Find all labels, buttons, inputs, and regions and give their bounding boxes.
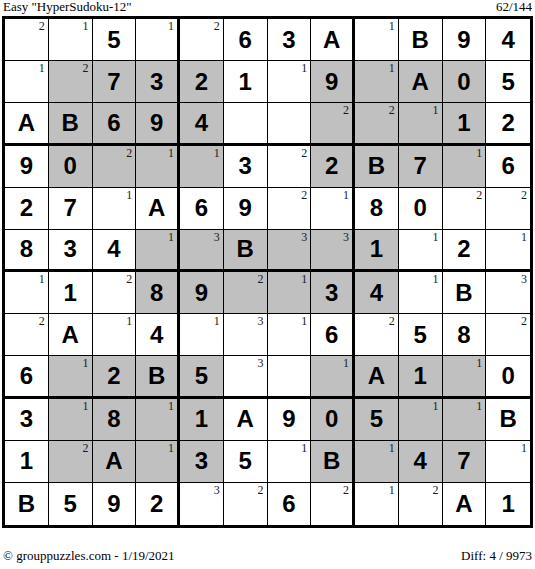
cell-r2c5[interactable]: 2: [180, 61, 224, 103]
given-glyph: B: [18, 492, 35, 516]
cell-r11c2[interactable]: 2: [49, 441, 93, 483]
cell-r4c2[interactable]: 0: [49, 146, 93, 188]
given-glyph: A: [323, 28, 340, 52]
cell-r6c9[interactable]: 1: [355, 230, 399, 272]
cell-r10c6[interactable]: A: [224, 399, 268, 441]
pencil-mark: 1: [433, 104, 439, 116]
given-glyph: 6: [501, 154, 514, 178]
given-glyph: 7: [457, 449, 470, 473]
cell-r3c11[interactable]: 1: [443, 103, 487, 145]
cell-r4c12[interactable]: 6: [486, 146, 530, 188]
cell-r7c10[interactable]: 1: [399, 272, 443, 314]
puzzle-page: Easy "HyperSudoku-12" 62/144 2151263A1B9…: [0, 0, 535, 569]
given-glyph: 8: [457, 323, 470, 347]
cell-r8c8[interactable]: 6: [311, 314, 355, 356]
pencil-mark: 1: [83, 357, 89, 369]
pencil-mark: 1: [214, 315, 220, 327]
given-glyph: 1: [238, 70, 251, 94]
cell-r9c8[interactable]: 1: [311, 356, 355, 398]
cell-r10c7[interactable]: 9: [268, 399, 312, 441]
pencil-mark: 2: [343, 484, 349, 496]
given-glyph: B: [61, 111, 78, 135]
copyright-text: © grouppuzzles.com - 1/19/2021: [3, 549, 175, 563]
given-glyph: 2: [501, 111, 514, 135]
pencil-mark: 1: [476, 400, 482, 412]
cell-r12c7[interactable]: 6: [268, 483, 312, 525]
cell-r11c1[interactable]: 1: [5, 441, 49, 483]
pencil-mark: 1: [389, 484, 395, 496]
cell-r2c6[interactable]: 1: [224, 61, 268, 103]
cell-r7c7[interactable]: 1: [268, 272, 312, 314]
cell-r3c12[interactable]: 2: [486, 103, 530, 145]
pencil-mark: 2: [258, 484, 264, 496]
pencil-mark: 1: [389, 20, 395, 32]
given-glyph: 9: [282, 407, 295, 431]
cell-r11c3[interactable]: A: [93, 441, 137, 483]
cell-r4c10[interactable]: 7: [399, 146, 443, 188]
given-glyph: 0: [325, 407, 338, 431]
given-glyph: 1: [413, 364, 426, 388]
pencil-mark: 1: [83, 20, 89, 32]
cell-r9c11[interactable]: 1: [443, 356, 487, 398]
pencil-mark: 1: [39, 62, 45, 74]
cell-r2c7[interactable]: 1: [268, 61, 312, 103]
cell-r7c12[interactable]: 3: [486, 272, 530, 314]
given-glyph: 3: [325, 281, 338, 305]
cell-r3c4[interactable]: 9: [136, 103, 180, 145]
pencil-mark: 1: [83, 400, 89, 412]
cell-r2c8[interactable]: 9: [311, 61, 355, 103]
cell-r3c5[interactable]: 4: [180, 103, 224, 145]
cell-r10c4[interactable]: 1: [136, 399, 180, 441]
cell-r4c7[interactable]: 2: [268, 146, 312, 188]
given-glyph: 5: [413, 323, 426, 347]
given-glyph: 9: [20, 154, 33, 178]
given-glyph: 9: [195, 281, 208, 305]
cell-r4c9[interactable]: B: [355, 146, 399, 188]
pencil-mark: 2: [126, 273, 132, 285]
cell-r5c4[interactable]: A: [136, 188, 180, 230]
cell-r3c3[interactable]: 6: [93, 103, 137, 145]
cell-r3c8[interactable]: 2: [311, 103, 355, 145]
cell-r10c3[interactable]: 8: [93, 399, 137, 441]
given-glyph: 7: [413, 154, 426, 178]
cell-r7c11[interactable]: B: [443, 272, 487, 314]
cell-r10c9[interactable]: 5: [355, 399, 399, 441]
pencil-mark: 1: [168, 231, 174, 243]
pencil-mark: 1: [168, 20, 174, 32]
cell-r12c9[interactable]: 1: [355, 483, 399, 525]
cell-r3c2[interactable]: B: [49, 103, 93, 145]
pencil-mark: 1: [476, 147, 482, 159]
cell-r11c8[interactable]: B: [311, 441, 355, 483]
given-glyph: 8: [107, 407, 120, 431]
given-glyph: 9: [325, 70, 338, 94]
cell-r9c5[interactable]: 5: [180, 356, 224, 398]
pencil-mark: 2: [83, 62, 89, 74]
cell-r12c6[interactable]: 2: [224, 483, 268, 525]
pencil-mark: 1: [301, 315, 307, 327]
cell-r9c1[interactable]: 6: [5, 356, 49, 398]
cell-r1c5[interactable]: 2: [180, 19, 224, 61]
given-glyph: A: [455, 492, 472, 516]
pencil-mark: 1: [301, 442, 307, 454]
given-glyph: 9: [150, 111, 163, 135]
cell-r1c8[interactable]: A: [311, 19, 355, 61]
given-glyph: 7: [107, 70, 120, 94]
cell-r9c12[interactable]: 0: [486, 356, 530, 398]
cell-r4c1[interactable]: 9: [5, 146, 49, 188]
cell-r1c6[interactable]: 6: [224, 19, 268, 61]
given-glyph: 0: [501, 364, 514, 388]
cell-r4c8[interactable]: 2: [311, 146, 355, 188]
cell-r7c3[interactable]: 2: [93, 272, 137, 314]
given-glyph: 4: [501, 28, 514, 52]
pencil-mark: 2: [39, 315, 45, 327]
given-glyph: 4: [150, 323, 163, 347]
cell-r8c4[interactable]: 4: [136, 314, 180, 356]
puzzle-counter: 62/144: [496, 0, 532, 14]
pencil-mark: 3: [214, 484, 220, 496]
given-glyph: 2: [150, 492, 163, 516]
cell-r5c11[interactable]: 2: [443, 188, 487, 230]
cell-r3c7[interactable]: [268, 103, 312, 145]
cell-r10c5[interactable]: 1: [180, 399, 224, 441]
pencil-mark: 1: [476, 357, 482, 369]
cell-r9c4[interactable]: B: [136, 356, 180, 398]
cell-r12c5[interactable]: 3: [180, 483, 224, 525]
cell-r12c2[interactable]: 5: [49, 483, 93, 525]
given-glyph: 5: [63, 492, 76, 516]
cell-r1c9[interactable]: 1: [355, 19, 399, 61]
cell-r2c10[interactable]: A: [399, 61, 443, 103]
cell-r7c6[interactable]: 2: [224, 272, 268, 314]
cell-r10c1[interactable]: 3: [5, 399, 49, 441]
pencil-mark: 3: [214, 231, 220, 243]
cell-r11c10[interactable]: 4: [399, 441, 443, 483]
difficulty-text: Diff: 4 / 9973: [461, 549, 532, 563]
pencil-mark: 1: [301, 273, 307, 285]
given-glyph: A: [411, 70, 428, 94]
cell-r5c5[interactable]: 6: [180, 188, 224, 230]
given-glyph: 2: [457, 237, 470, 261]
sudoku-grid: 2151263A1B94127321191A05AB69422112902113…: [5, 19, 530, 525]
cell-r7c5[interactable]: 9: [180, 272, 224, 314]
pencil-mark: 1: [343, 189, 349, 201]
given-glyph: 4: [107, 237, 120, 261]
given-glyph: B: [148, 364, 165, 388]
given-glyph: 1: [63, 281, 76, 305]
given-glyph: 6: [195, 196, 208, 220]
cell-r7c8[interactable]: 3: [311, 272, 355, 314]
given-glyph: A: [368, 364, 385, 388]
cell-r8c6[interactable]: 3: [224, 314, 268, 356]
pencil-mark: 1: [168, 442, 174, 454]
given-glyph: A: [148, 196, 165, 220]
cell-r10c8[interactable]: 0: [311, 399, 355, 441]
cell-r8c7[interactable]: 1: [268, 314, 312, 356]
cell-r5c12[interactable]: 2: [486, 188, 530, 230]
cell-r9c10[interactable]: 1: [399, 356, 443, 398]
cell-r9c7[interactable]: [268, 356, 312, 398]
pencil-mark: 2: [521, 315, 527, 327]
given-glyph: 3: [150, 70, 163, 94]
given-glyph: 6: [238, 28, 251, 52]
pencil-mark: 2: [389, 104, 395, 116]
cell-r3c10[interactable]: 1: [399, 103, 443, 145]
given-glyph: 3: [63, 237, 76, 261]
cell-r12c1[interactable]: B: [5, 483, 49, 525]
given-glyph: 2: [20, 196, 33, 220]
cell-r8c9[interactable]: 2: [355, 314, 399, 356]
pencil-mark: 3: [258, 315, 264, 327]
header: Easy "HyperSudoku-12" 62/144: [3, 0, 532, 14]
cell-r1c11[interactable]: 9: [443, 19, 487, 61]
cell-r1c4[interactable]: 1: [136, 19, 180, 61]
cell-r1c2[interactable]: 1: [49, 19, 93, 61]
cell-r6c1[interactable]: 8: [5, 230, 49, 272]
given-glyph: 2: [195, 70, 208, 94]
cell-r4c4[interactable]: 1: [136, 146, 180, 188]
cell-r1c3[interactable]: 5: [93, 19, 137, 61]
given-glyph: 8: [150, 281, 163, 305]
cell-r9c2[interactable]: 1: [49, 356, 93, 398]
cell-r2c2[interactable]: 2: [49, 61, 93, 103]
cell-r10c2[interactable]: 1: [49, 399, 93, 441]
pencil-mark: 2: [258, 273, 264, 285]
pencil-mark: 1: [521, 231, 527, 243]
pencil-mark: 2: [433, 484, 439, 496]
cell-r2c11[interactable]: 0: [443, 61, 487, 103]
cell-r5c1[interactable]: 2: [5, 188, 49, 230]
pencil-mark: 1: [126, 315, 132, 327]
cell-r3c9[interactable]: 2: [355, 103, 399, 145]
cell-r6c11[interactable]: 2: [443, 230, 487, 272]
pencil-mark: 2: [521, 189, 527, 201]
pencil-mark: 1: [214, 147, 220, 159]
cell-r6c12[interactable]: 1: [486, 230, 530, 272]
given-glyph: 1: [20, 449, 33, 473]
pencil-mark: 2: [39, 20, 45, 32]
cell-r6c10[interactable]: 1: [399, 230, 443, 272]
cell-r5c8[interactable]: 1: [311, 188, 355, 230]
cell-r4c11[interactable]: 1: [443, 146, 487, 188]
cell-r11c9[interactable]: 1: [355, 441, 399, 483]
cell-r12c11[interactable]: A: [443, 483, 487, 525]
cell-r5c3[interactable]: 1: [93, 188, 137, 230]
cell-r11c6[interactable]: 5: [224, 441, 268, 483]
given-glyph: 9: [238, 196, 251, 220]
given-glyph: 7: [63, 196, 76, 220]
cell-r8c2[interactable]: A: [49, 314, 93, 356]
cell-r6c5[interactable]: 3: [180, 230, 224, 272]
pencil-mark: 1: [389, 62, 395, 74]
page-title: Easy "HyperSudoku-12": [3, 0, 132, 14]
given-glyph: 3: [238, 154, 251, 178]
given-glyph: 5: [370, 407, 383, 431]
pencil-mark: 1: [389, 442, 395, 454]
given-glyph: 4: [195, 111, 208, 135]
given-glyph: A: [18, 111, 35, 135]
cell-r7c1[interactable]: 1: [5, 272, 49, 314]
cell-r2c4[interactable]: 3: [136, 61, 180, 103]
cell-r6c3[interactable]: 4: [93, 230, 137, 272]
board-frame: 2151263A1B94127321191A05AB69422112902113…: [2, 16, 533, 528]
cell-r10c12[interactable]: B: [486, 399, 530, 441]
given-glyph: 6: [325, 323, 338, 347]
cell-r6c2[interactable]: 3: [49, 230, 93, 272]
cell-r3c6[interactable]: [224, 103, 268, 145]
cell-r2c9[interactable]: 1: [355, 61, 399, 103]
pencil-mark: 1: [168, 400, 174, 412]
given-glyph: B: [236, 237, 253, 261]
cell-r4c5[interactable]: 1: [180, 146, 224, 188]
given-glyph: 0: [63, 154, 76, 178]
given-glyph: 5: [107, 28, 120, 52]
cell-r12c12[interactable]: 1: [486, 483, 530, 525]
given-glyph: 3: [282, 28, 295, 52]
cell-r3c1[interactable]: A: [5, 103, 49, 145]
given-glyph: 6: [107, 111, 120, 135]
pencil-mark: 1: [521, 442, 527, 454]
given-glyph: 5: [238, 449, 251, 473]
pencil-mark: 2: [301, 147, 307, 159]
cell-r9c6[interactable]: 3: [224, 356, 268, 398]
given-glyph: 5: [501, 70, 514, 94]
pencil-mark: 2: [83, 442, 89, 454]
cell-r7c2[interactable]: 1: [49, 272, 93, 314]
cell-r7c9[interactable]: 4: [355, 272, 399, 314]
cell-r1c10[interactable]: B: [399, 19, 443, 61]
cell-r9c9[interactable]: A: [355, 356, 399, 398]
cell-r12c10[interactable]: 2: [399, 483, 443, 525]
cell-r8c3[interactable]: 1: [93, 314, 137, 356]
cell-r5c2[interactable]: 7: [49, 188, 93, 230]
cell-r8c12[interactable]: 2: [486, 314, 530, 356]
cell-r6c7[interactable]: 3: [268, 230, 312, 272]
cell-r10c10[interactable]: 1: [399, 399, 443, 441]
given-glyph: 1: [370, 237, 383, 261]
cell-r2c1[interactable]: 1: [5, 61, 49, 103]
cell-r7c4[interactable]: 8: [136, 272, 180, 314]
pencil-mark: 2: [214, 20, 220, 32]
cell-r8c1[interactable]: 2: [5, 314, 49, 356]
given-glyph: 0: [457, 70, 470, 94]
cell-r1c7[interactable]: 3: [268, 19, 312, 61]
pencil-mark: 1: [126, 189, 132, 201]
given-glyph: B: [411, 28, 428, 52]
pencil-mark: 3: [521, 273, 527, 285]
given-glyph: 2: [107, 364, 120, 388]
given-glyph: 3: [20, 407, 33, 431]
cell-r12c4[interactable]: 2: [136, 483, 180, 525]
pencil-mark: 3: [343, 231, 349, 243]
cell-r11c7[interactable]: 1: [268, 441, 312, 483]
given-glyph: 1: [501, 492, 514, 516]
pencil-mark: 2: [343, 104, 349, 116]
given-glyph: 6: [20, 364, 33, 388]
pencil-mark: 1: [301, 62, 307, 74]
given-glyph: 1: [457, 111, 470, 135]
cell-r9c3[interactable]: 2: [93, 356, 137, 398]
cell-r2c3[interactable]: 7: [93, 61, 137, 103]
given-glyph: 1: [195, 407, 208, 431]
cell-r8c5[interactable]: 1: [180, 314, 224, 356]
given-glyph: 9: [457, 28, 470, 52]
pencil-mark: 1: [39, 273, 45, 285]
pencil-mark: 1: [433, 273, 439, 285]
cell-r5c6[interactable]: 9: [224, 188, 268, 230]
pencil-mark: 1: [433, 400, 439, 412]
cell-r11c12[interactable]: 1: [486, 441, 530, 483]
cell-r8c11[interactable]: 8: [443, 314, 487, 356]
pencil-mark: 2: [476, 189, 482, 201]
cell-r11c4[interactable]: 1: [136, 441, 180, 483]
footer: © grouppuzzles.com - 1/19/2021 Diff: 4 /…: [3, 549, 532, 563]
given-glyph: 4: [413, 449, 426, 473]
pencil-mark: 1: [343, 357, 349, 369]
given-glyph: 8: [20, 237, 33, 261]
pencil-mark: 2: [301, 189, 307, 201]
cell-r10c11[interactable]: 1: [443, 399, 487, 441]
given-glyph: 4: [370, 281, 383, 305]
cell-r6c6[interactable]: B: [224, 230, 268, 272]
cell-r6c8[interactable]: 3: [311, 230, 355, 272]
given-glyph: B: [455, 281, 472, 305]
pencil-mark: 1: [433, 231, 439, 243]
cell-r12c8[interactable]: 2: [311, 483, 355, 525]
given-glyph: 3: [195, 449, 208, 473]
given-glyph: B: [323, 449, 340, 473]
cell-r2c12[interactable]: 5: [486, 61, 530, 103]
cell-r1c1[interactable]: 2: [5, 19, 49, 61]
pencil-mark: 3: [258, 357, 264, 369]
given-glyph: 8: [370, 196, 383, 220]
cell-r5c7[interactable]: 2: [268, 188, 312, 230]
cell-r4c3[interactable]: 2: [93, 146, 137, 188]
given-glyph: A: [236, 407, 253, 431]
given-glyph: A: [61, 323, 78, 347]
cell-r4c6[interactable]: 3: [224, 146, 268, 188]
pencil-mark: 1: [168, 147, 174, 159]
given-glyph: A: [105, 449, 122, 473]
pencil-mark: 2: [126, 147, 132, 159]
cell-r5c9[interactable]: 8: [355, 188, 399, 230]
given-glyph: 9: [107, 492, 120, 516]
pencil-mark: 2: [389, 315, 395, 327]
cell-r11c11[interactable]: 7: [443, 441, 487, 483]
given-glyph: 5: [195, 364, 208, 388]
pencil-mark: 3: [301, 231, 307, 243]
given-glyph: 2: [325, 154, 338, 178]
cell-r6c4[interactable]: 1: [136, 230, 180, 272]
cell-r11c5[interactable]: 3: [180, 441, 224, 483]
cell-r12c3[interactable]: 9: [93, 483, 137, 525]
given-glyph: B: [368, 154, 385, 178]
cell-r8c10[interactable]: 5: [399, 314, 443, 356]
cell-r1c12[interactable]: 4: [486, 19, 530, 61]
given-glyph: B: [499, 407, 516, 431]
given-glyph: 6: [282, 492, 295, 516]
cell-r5c10[interactable]: 0: [399, 188, 443, 230]
given-glyph: 0: [413, 196, 426, 220]
